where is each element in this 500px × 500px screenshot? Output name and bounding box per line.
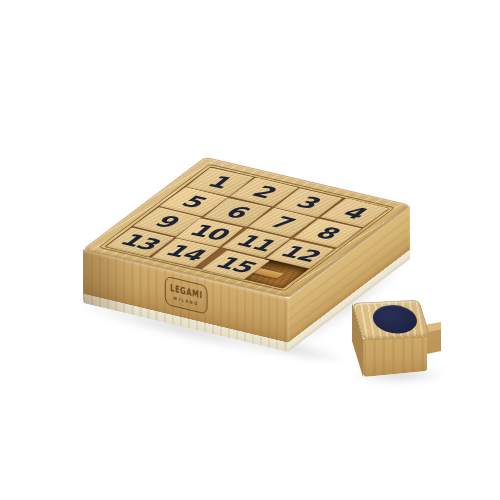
tile-number: 9 <box>150 213 184 230</box>
tile-number: 10 <box>185 222 234 243</box>
spare-tile[interactable] <box>345 288 455 388</box>
product-photo: LEGAMI MILANO 123456789101112131415 <box>0 0 500 500</box>
brand-stamp: LEGAMI MILANO <box>165 276 207 315</box>
tile-number: 6 <box>221 204 254 221</box>
tile-number: 8 <box>311 225 345 242</box>
tile-number: 4 <box>337 204 371 221</box>
spare-tile-top-face <box>352 300 430 340</box>
tile-number: 13 <box>115 232 165 253</box>
tile-number: 3 <box>291 194 325 211</box>
tile-number: 7 <box>265 214 299 231</box>
tile-number: 14 <box>161 242 211 263</box>
tile-number: 1 <box>203 173 236 190</box>
navy-circle-marker <box>369 304 421 334</box>
tile-number: 11 <box>231 232 281 253</box>
tile-number: 2 <box>247 183 281 200</box>
tile-number: 12 <box>275 243 325 264</box>
tile-number: 15 <box>210 254 260 275</box>
tile-number: 5 <box>177 193 211 210</box>
